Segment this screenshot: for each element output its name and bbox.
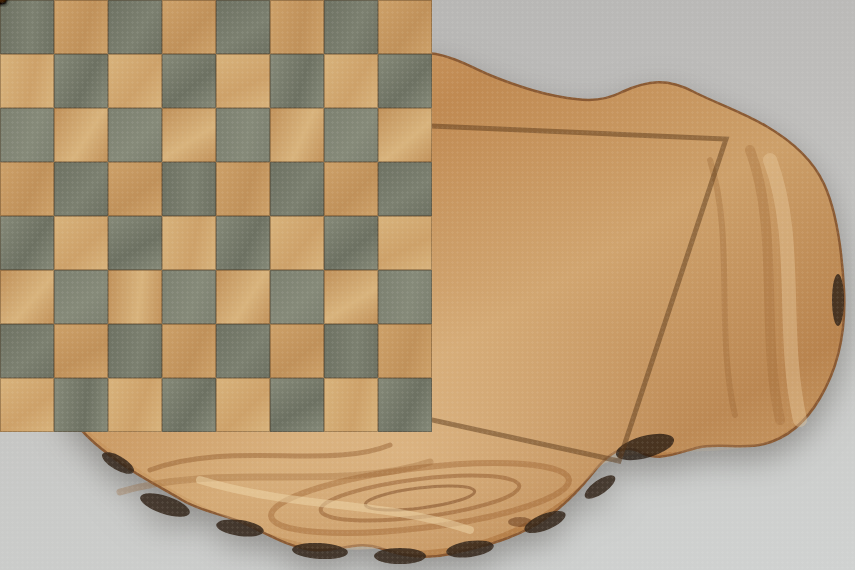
square-a6 [0, 108, 54, 162]
square-g1 [324, 378, 378, 432]
square-b1 [54, 378, 108, 432]
square-e5 [216, 162, 270, 216]
square-c2 [108, 324, 162, 378]
square-g3 [324, 270, 378, 324]
square-b8 [54, 0, 108, 54]
square-c7 [108, 54, 162, 108]
square-c5 [108, 162, 162, 216]
square-g4 [324, 216, 378, 270]
square-a2 [0, 324, 54, 378]
square-f6 [270, 108, 324, 162]
square-d2 [162, 324, 216, 378]
square-g5 [324, 162, 378, 216]
square-c8 [108, 0, 162, 54]
square-g2 [324, 324, 378, 378]
square-e1 [216, 378, 270, 432]
square-h8 [378, 0, 432, 54]
square-b4 [54, 216, 108, 270]
square-d8 [162, 0, 216, 54]
square-a1 [0, 378, 54, 432]
square-d4 [162, 216, 216, 270]
square-f8 [270, 0, 324, 54]
square-e8 [216, 0, 270, 54]
square-a8 [0, 0, 54, 54]
square-f1 [270, 378, 324, 432]
square-g8 [324, 0, 378, 54]
square-h4 [378, 216, 432, 270]
square-h3 [378, 270, 432, 324]
photo-scene: ♜♞♝♛♚♝♞♜♟♟♟♟♟♟♟♟♟♟♟♟♟♟♟♟♜♞♝♛♚♝♞♜ [0, 0, 855, 570]
square-b6 [54, 108, 108, 162]
square-b2 [54, 324, 108, 378]
square-e2 [216, 324, 270, 378]
square-h1 [378, 378, 432, 432]
square-f3 [270, 270, 324, 324]
square-b3 [54, 270, 108, 324]
square-g6 [324, 108, 378, 162]
square-a3 [0, 270, 54, 324]
square-b7 [54, 54, 108, 108]
square-f5 [270, 162, 324, 216]
square-c3 [108, 270, 162, 324]
square-a7 [0, 54, 54, 108]
square-f7 [270, 54, 324, 108]
square-a5 [0, 162, 54, 216]
square-c6 [108, 108, 162, 162]
square-h7 [378, 54, 432, 108]
square-e4 [216, 216, 270, 270]
square-h6 [378, 108, 432, 162]
square-f4 [270, 216, 324, 270]
square-a4 [0, 216, 54, 270]
square-f2 [270, 324, 324, 378]
square-e3 [216, 270, 270, 324]
chessboard [0, 0, 432, 432]
square-h2 [378, 324, 432, 378]
square-c1 [108, 378, 162, 432]
square-b5 [54, 162, 108, 216]
square-g7 [324, 54, 378, 108]
square-d1 [162, 378, 216, 432]
square-e6 [216, 108, 270, 162]
square-c4 [108, 216, 162, 270]
square-d7 [162, 54, 216, 108]
square-h5 [378, 162, 432, 216]
square-d3 [162, 270, 216, 324]
square-e7 [216, 54, 270, 108]
square-d6 [162, 108, 216, 162]
square-d5 [162, 162, 216, 216]
